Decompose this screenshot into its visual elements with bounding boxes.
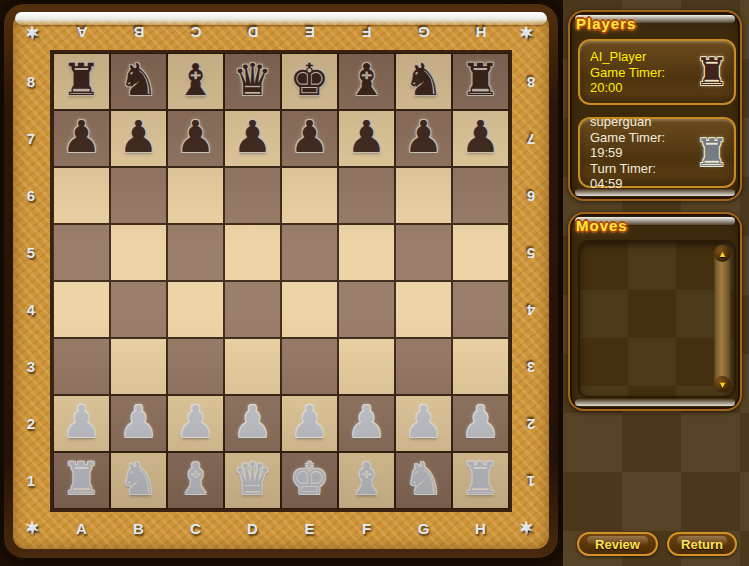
piece-black-bishop[interactable]: ♝	[347, 52, 386, 107]
piece-black-rook[interactable]: ♜	[461, 52, 500, 107]
square-b7[interactable]: ♟	[111, 111, 166, 166]
piece-black-pawn[interactable]: ♟	[176, 109, 215, 164]
square-f4[interactable]	[339, 282, 394, 337]
piece-white-bishop[interactable]: ♝	[347, 451, 386, 506]
square-a4[interactable]	[54, 282, 109, 337]
square-e8[interactable]: ♚	[282, 54, 337, 109]
file-label-top-c: C	[186, 23, 206, 41]
piece-black-pawn[interactable]: ♟	[404, 109, 443, 164]
square-d3[interactable]	[225, 339, 280, 394]
piece-black-bishop[interactable]: ♝	[176, 52, 215, 107]
square-f6[interactable]	[339, 168, 394, 223]
square-a2[interactable]: ♟	[54, 396, 109, 451]
square-h4[interactable]	[453, 282, 508, 337]
player-turn-timer: Turn Timer: 04:59	[590, 161, 686, 191]
piece-white-rook[interactable]: ♜	[461, 451, 500, 506]
chess-game-window: ♜♞♝♛♚♝♞♜♟♟♟♟♟♟♟♟♟♟♟♟♟♟♟♟♜♞♝♛♚♝♞♜ AABBCCD…	[0, 0, 749, 566]
square-b3[interactable]	[111, 339, 166, 394]
panel-gloss	[575, 399, 735, 406]
square-h8[interactable]: ♜	[453, 54, 508, 109]
file-label-top-g: G	[414, 23, 434, 41]
player-card-white[interactable]: superguan Game Timer: 19:59 Turn Timer: …	[578, 117, 736, 188]
file-label-top-d: D	[243, 23, 263, 41]
file-label-bottom-e: E	[300, 520, 320, 538]
square-b4[interactable]	[111, 282, 166, 337]
file-label-top-h: H	[471, 23, 491, 41]
square-c5[interactable]	[168, 225, 223, 280]
file-label-top-f: F	[357, 23, 377, 41]
rank-label-right-1: 1	[521, 472, 541, 490]
square-e3[interactable]	[282, 339, 337, 394]
square-c2[interactable]: ♟	[168, 396, 223, 451]
square-a8[interactable]: ♜	[54, 54, 109, 109]
piece-black-pawn[interactable]: ♟	[461, 109, 500, 164]
rank-label-left-4: 4	[21, 301, 41, 319]
file-label-bottom-c: C	[186, 520, 206, 538]
rank-label-right-6: 6	[521, 187, 541, 205]
piece-white-pawn[interactable]: ♟	[233, 394, 272, 449]
piece-white-pawn[interactable]: ♟	[404, 394, 443, 449]
square-c3[interactable]	[168, 339, 223, 394]
square-g4[interactable]	[396, 282, 451, 337]
black-rook-icon: ♜	[695, 53, 729, 91]
piece-white-pawn[interactable]: ♟	[290, 394, 329, 449]
square-g1[interactable]: ♞	[396, 453, 451, 508]
board-grid: ♜♞♝♛♚♝♞♜♟♟♟♟♟♟♟♟♟♟♟♟♟♟♟♟♜♞♝♛♚♝♞♜	[50, 50, 512, 512]
square-g8[interactable]: ♞	[396, 54, 451, 109]
rank-label-right-3: 3	[521, 358, 541, 376]
square-d8[interactable]: ♛	[225, 54, 280, 109]
square-a7[interactable]: ♟	[54, 111, 109, 166]
return-button[interactable]: Return	[667, 532, 737, 556]
square-e4[interactable]	[282, 282, 337, 337]
player-card-black[interactable]: AI_Player Game Timer: 20:00 ♜	[578, 39, 736, 105]
sidebar: AI_Player Game Timer: 20:00 ♜ superguan …	[563, 0, 749, 566]
review-button[interactable]: Review	[577, 532, 658, 556]
square-e2[interactable]: ♟	[282, 396, 337, 451]
moves-list[interactable]: ▲ ▼	[578, 240, 736, 398]
square-h2[interactable]: ♟	[453, 396, 508, 451]
square-a6[interactable]	[54, 168, 109, 223]
square-f8[interactable]: ♝	[339, 54, 394, 109]
piece-black-pawn[interactable]: ♟	[290, 109, 329, 164]
board-frame: ♜♞♝♛♚♝♞♜♟♟♟♟♟♟♟♟♟♟♟♟♟♟♟♟♜♞♝♛♚♝♞♜ AABBCCD…	[2, 2, 560, 560]
piece-white-king[interactable]: ♚	[290, 451, 329, 506]
file-label-top-e: E	[300, 23, 320, 41]
piece-white-pawn[interactable]: ♟	[461, 394, 500, 449]
square-h7[interactable]: ♟	[453, 111, 508, 166]
square-a1[interactable]: ♜	[54, 453, 109, 508]
rank-label-right-2: 2	[521, 415, 541, 433]
rank-label-left-3: 3	[21, 358, 41, 376]
players-panel-title: Players	[576, 15, 636, 32]
square-f2[interactable]: ♟	[339, 396, 394, 451]
file-label-bottom-a: A	[72, 520, 92, 538]
square-d4[interactable]	[225, 282, 280, 337]
player-name: AI_Player	[590, 49, 686, 64]
corner-star-icon: ✶	[22, 518, 44, 540]
moves-scrollbar[interactable]: ▲ ▼	[714, 245, 731, 393]
square-h5[interactable]	[453, 225, 508, 280]
rank-label-right-8: 8	[521, 73, 541, 91]
square-f7[interactable]: ♟	[339, 111, 394, 166]
player-game-timer: Game Timer: 19:59	[590, 130, 686, 160]
rank-label-left-2: 2	[21, 415, 41, 433]
file-label-bottom-h: H	[471, 520, 491, 538]
square-d7[interactable]: ♟	[225, 111, 280, 166]
piece-white-bishop[interactable]: ♝	[176, 451, 215, 506]
piece-white-pawn[interactable]: ♟	[119, 394, 158, 449]
square-b5[interactable]	[111, 225, 166, 280]
square-c1[interactable]: ♝	[168, 453, 223, 508]
piece-black-king[interactable]: ♚	[290, 52, 329, 107]
square-f1[interactable]: ♝	[339, 453, 394, 508]
square-g5[interactable]	[396, 225, 451, 280]
piece-white-queen[interactable]: ♛	[233, 451, 272, 506]
rank-label-left-1: 1	[21, 472, 41, 490]
square-g3[interactable]	[396, 339, 451, 394]
piece-white-knight[interactable]: ♞	[404, 451, 443, 506]
piece-black-pawn[interactable]: ♟	[347, 109, 386, 164]
square-h6[interactable]	[453, 168, 508, 223]
square-c8[interactable]: ♝	[168, 54, 223, 109]
square-f3[interactable]	[339, 339, 394, 394]
square-d1[interactable]: ♛	[225, 453, 280, 508]
piece-white-knight[interactable]: ♞	[119, 451, 158, 506]
file-label-bottom-b: B	[129, 520, 149, 538]
player-game-timer: Game Timer: 20:00	[590, 65, 686, 95]
piece-white-pawn[interactable]: ♟	[347, 394, 386, 449]
piece-white-rook[interactable]: ♜	[62, 451, 101, 506]
white-rook-icon: ♜	[695, 134, 729, 172]
rank-label-left-8: 8	[21, 73, 41, 91]
piece-black-rook[interactable]: ♜	[62, 52, 101, 107]
rank-label-left-5: 5	[21, 244, 41, 262]
file-label-bottom-f: F	[357, 520, 377, 538]
players-panel: AI_Player Game Timer: 20:00 ♜ superguan …	[568, 10, 742, 201]
square-c4[interactable]	[168, 282, 223, 337]
square-c7[interactable]: ♟	[168, 111, 223, 166]
file-label-top-b: B	[129, 23, 149, 41]
rank-label-right-4: 4	[521, 301, 541, 319]
piece-black-pawn[interactable]: ♟	[62, 109, 101, 164]
piece-black-pawn[interactable]: ♟	[119, 109, 158, 164]
square-g2[interactable]: ♟	[396, 396, 451, 451]
file-label-bottom-d: D	[243, 520, 263, 538]
square-g6[interactable]	[396, 168, 451, 223]
square-e1[interactable]: ♚	[282, 453, 337, 508]
piece-black-knight[interactable]: ♞	[119, 52, 158, 107]
square-d6[interactable]	[225, 168, 280, 223]
rank-label-right-5: 5	[521, 244, 541, 262]
rank-label-left-6: 6	[21, 187, 41, 205]
frame-gloss-highlight	[15, 12, 547, 25]
square-e6[interactable]	[282, 168, 337, 223]
square-e5[interactable]	[282, 225, 337, 280]
corner-star-icon: ✶	[516, 518, 538, 540]
square-a3[interactable]	[54, 339, 109, 394]
piece-black-queen[interactable]: ♛	[233, 52, 272, 107]
square-g7[interactable]: ♟	[396, 111, 451, 166]
piece-white-pawn[interactable]: ♟	[176, 394, 215, 449]
square-b6[interactable]	[111, 168, 166, 223]
square-h1[interactable]: ♜	[453, 453, 508, 508]
rank-label-right-7: 7	[521, 130, 541, 148]
player-name: superguan	[590, 114, 686, 129]
square-f5[interactable]	[339, 225, 394, 280]
piece-black-pawn[interactable]: ♟	[233, 109, 272, 164]
file-label-bottom-g: G	[414, 520, 434, 538]
square-d5[interactable]	[225, 225, 280, 280]
file-label-top-a: A	[72, 23, 92, 41]
square-h3[interactable]	[453, 339, 508, 394]
square-c6[interactable]	[168, 168, 223, 223]
square-b8[interactable]: ♞	[111, 54, 166, 109]
moves-panel-title: Moves	[576, 217, 628, 234]
scroll-down-icon[interactable]: ▼	[714, 376, 731, 393]
piece-white-pawn[interactable]: ♟	[62, 394, 101, 449]
rank-label-left-7: 7	[21, 130, 41, 148]
square-b1[interactable]: ♞	[111, 453, 166, 508]
scroll-up-icon[interactable]: ▲	[714, 245, 731, 262]
corner-star-icon: ✶	[516, 23, 538, 45]
square-b2[interactable]: ♟	[111, 396, 166, 451]
square-e7[interactable]: ♟	[282, 111, 337, 166]
moves-panel: ▲ ▼	[568, 212, 742, 411]
square-a5[interactable]	[54, 225, 109, 280]
square-d2[interactable]: ♟	[225, 396, 280, 451]
piece-black-knight[interactable]: ♞	[404, 52, 443, 107]
corner-star-icon: ✶	[22, 23, 44, 45]
